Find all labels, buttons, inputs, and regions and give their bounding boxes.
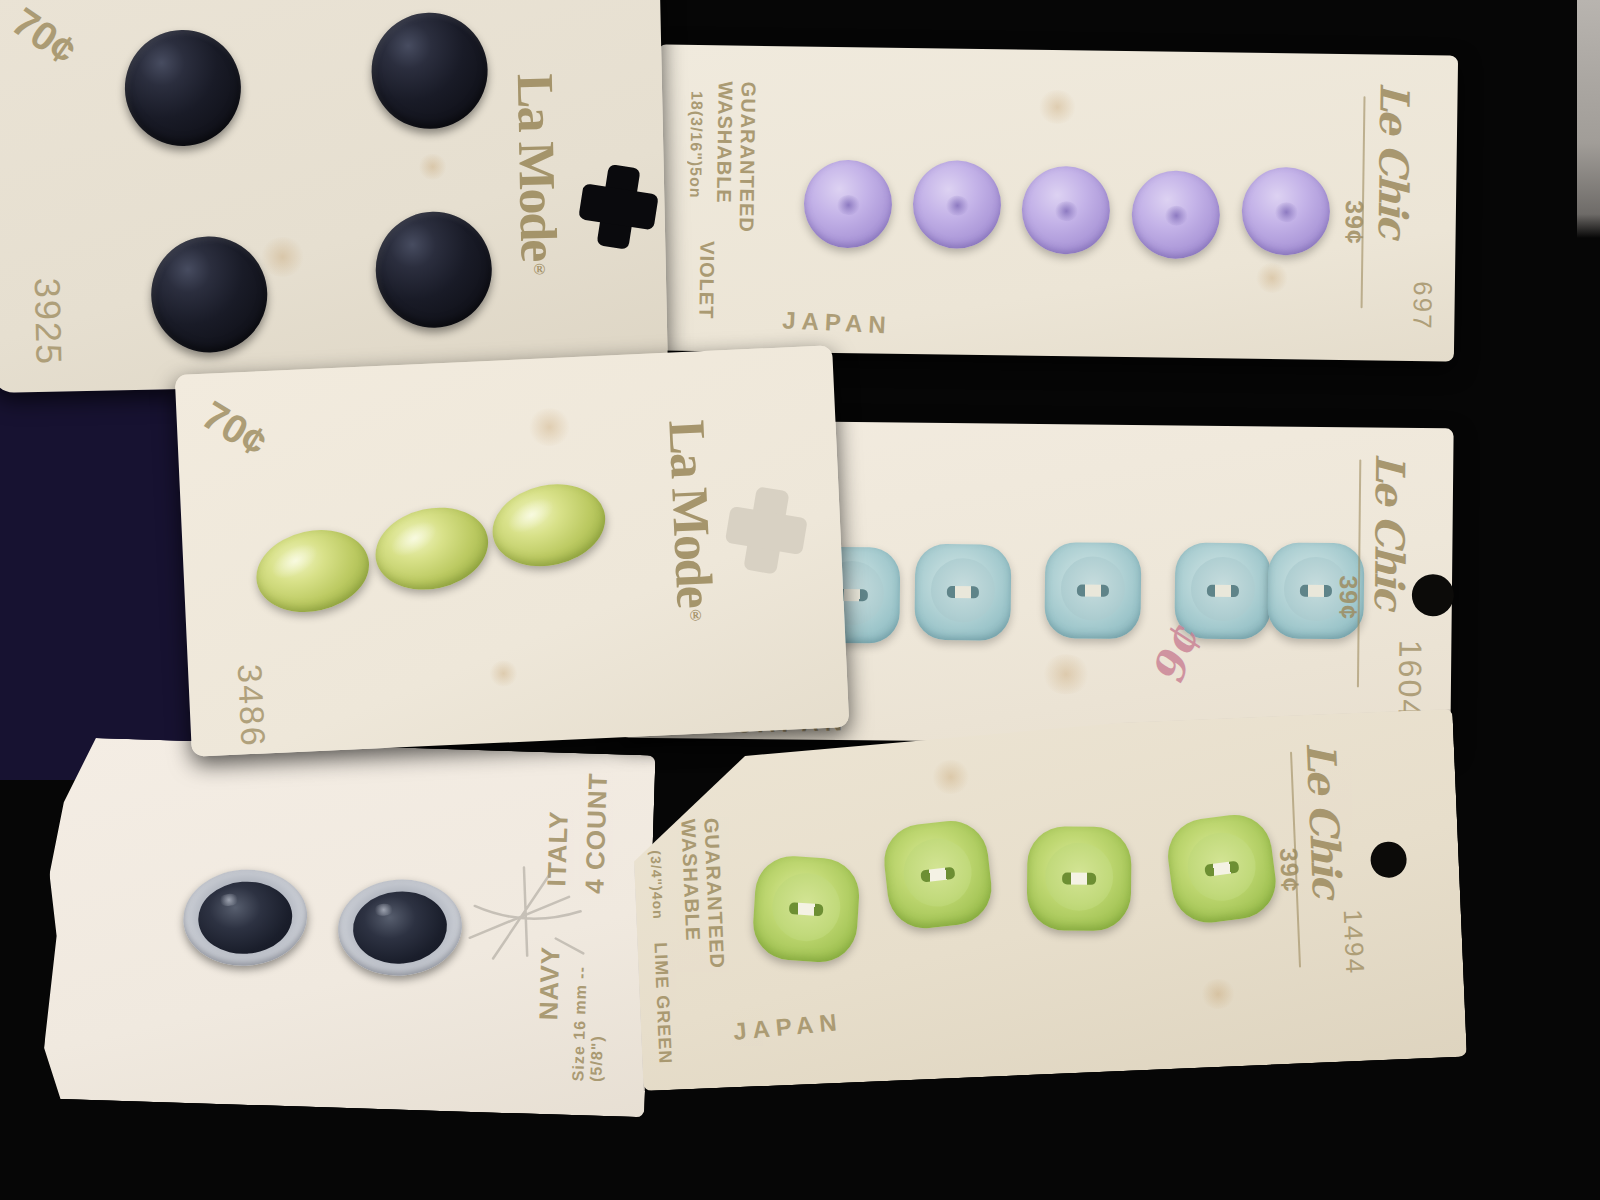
registered-mark: ® xyxy=(687,606,705,624)
item-number: 697 xyxy=(1406,281,1438,331)
sewing-button xyxy=(1241,167,1330,256)
origin-label: JAPAN xyxy=(732,1008,844,1046)
sewing-button xyxy=(751,854,861,964)
fabric-background xyxy=(0,356,196,780)
sewing-button xyxy=(248,520,377,623)
sewing-button xyxy=(1027,826,1132,931)
brand-logo: La Mode® xyxy=(657,419,728,691)
sewing-button xyxy=(1174,542,1271,639)
brand-logo: Le Chic xyxy=(1370,82,1419,237)
brand-logo: La Mode® xyxy=(506,73,571,344)
photo-of-vintage-button-cards: 70¢ La Mode® 3925 18(3/16")5on GUARANTEE… xyxy=(0,0,1600,1200)
sewing-button xyxy=(1044,542,1141,639)
item-number: 1494 xyxy=(1337,909,1371,976)
table-edge xyxy=(1577,0,1600,238)
stamp-guarantee-line: GUARANTEED WASHABLE xyxy=(676,818,733,1090)
origin-label: JAPAN xyxy=(782,306,893,339)
stamp-size-line: (3/4")4on xyxy=(648,850,667,920)
button-card-le-chic-lime: GUARANTEED WASHABLE (3/4")4on LIME GREEN… xyxy=(629,709,1467,1091)
price-label: 39¢ xyxy=(1339,200,1369,245)
button-card-la-mode-green: 70¢ La Mode® 3486 xyxy=(175,345,850,756)
punch-hole xyxy=(1412,574,1454,616)
sewing-button xyxy=(912,160,1001,249)
price-label: 70¢ xyxy=(4,0,84,74)
button-card-la-mode-navy: 70¢ La Mode® 3925 xyxy=(0,0,668,393)
sewing-button xyxy=(1021,166,1110,255)
hanger-cutout xyxy=(721,483,812,579)
sewing-button xyxy=(803,159,892,248)
punch-hole xyxy=(1370,841,1407,878)
item-number: 1604 xyxy=(1391,640,1429,720)
stamp-color-name: LIME GREEN xyxy=(649,942,675,1065)
item-number: 3486 xyxy=(230,663,273,748)
price-label: 39¢ xyxy=(1334,575,1363,620)
sewing-button xyxy=(880,817,995,932)
sewing-button xyxy=(914,544,1011,641)
hanger-cutout xyxy=(575,161,663,254)
sewing-button xyxy=(485,474,614,577)
price-label: 39¢ xyxy=(1274,847,1305,893)
pencil-scribble xyxy=(455,845,599,979)
button-card-italy-navy: ITALY 4 COUNT NAVY Size 16 mm --(5/8") xyxy=(42,737,655,1118)
price-label: 70¢ xyxy=(194,392,274,465)
sewing-button xyxy=(375,211,493,329)
sewing-button xyxy=(180,865,311,970)
stamp-size-line: 18(3/16")5on xyxy=(686,91,706,199)
stamp-color-name: VIOLET xyxy=(694,241,718,320)
sewing-button xyxy=(370,12,488,130)
registered-mark: ® xyxy=(531,260,548,277)
sewing-button xyxy=(1164,810,1281,927)
sewing-button xyxy=(335,875,466,980)
item-number: 3925 xyxy=(26,277,70,366)
sewing-button xyxy=(1131,170,1220,259)
button-card-le-chic-violet: 18(3/16")5on GUARANTEED WASHABLE VIOLET … xyxy=(654,44,1458,361)
sewing-button xyxy=(150,235,268,353)
sewing-button xyxy=(124,29,242,147)
brand-logo: Le Chic xyxy=(1366,453,1415,607)
sewing-button xyxy=(367,497,496,600)
brand-logo: Le Chic xyxy=(1298,741,1351,897)
